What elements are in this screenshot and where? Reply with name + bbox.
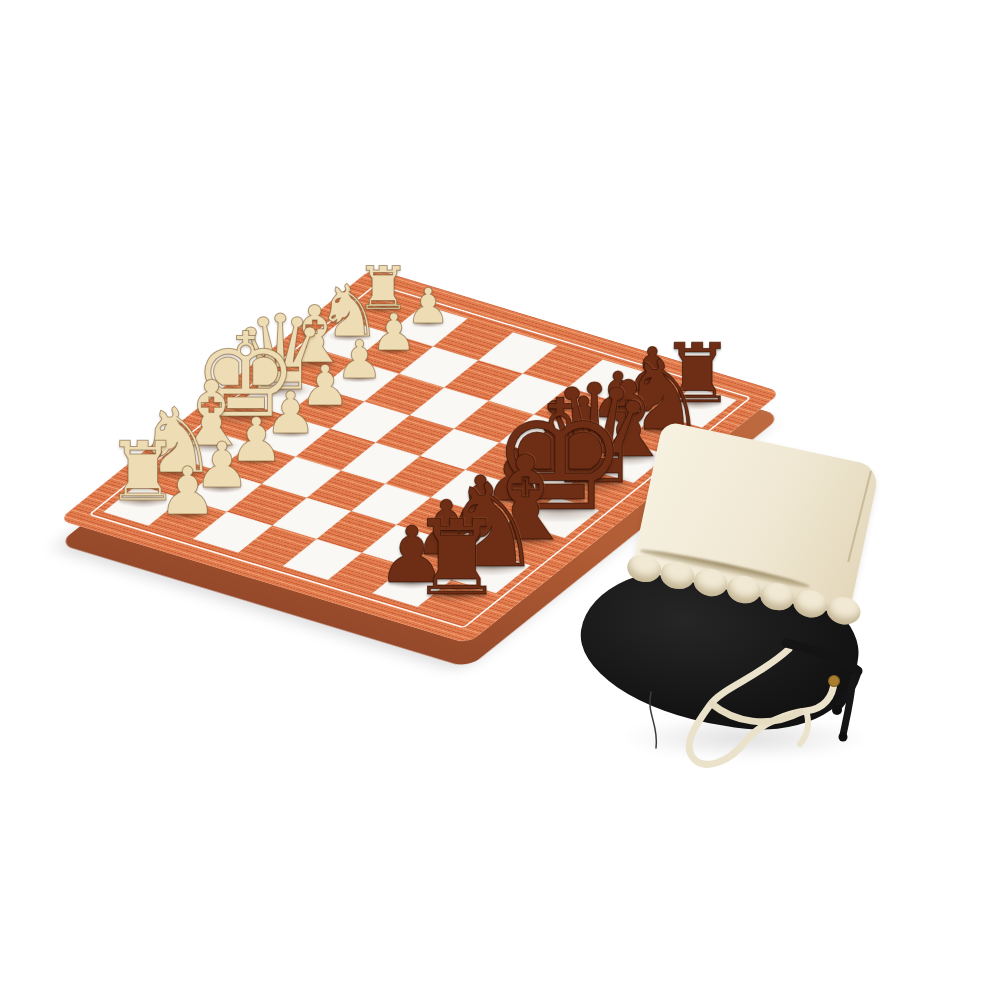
- cream-drawstring-bag: [632, 421, 881, 616]
- chess-set-product-photo: Product photo of a folding wooden chess …: [0, 0, 1000, 1000]
- bag-seam: [847, 471, 872, 563]
